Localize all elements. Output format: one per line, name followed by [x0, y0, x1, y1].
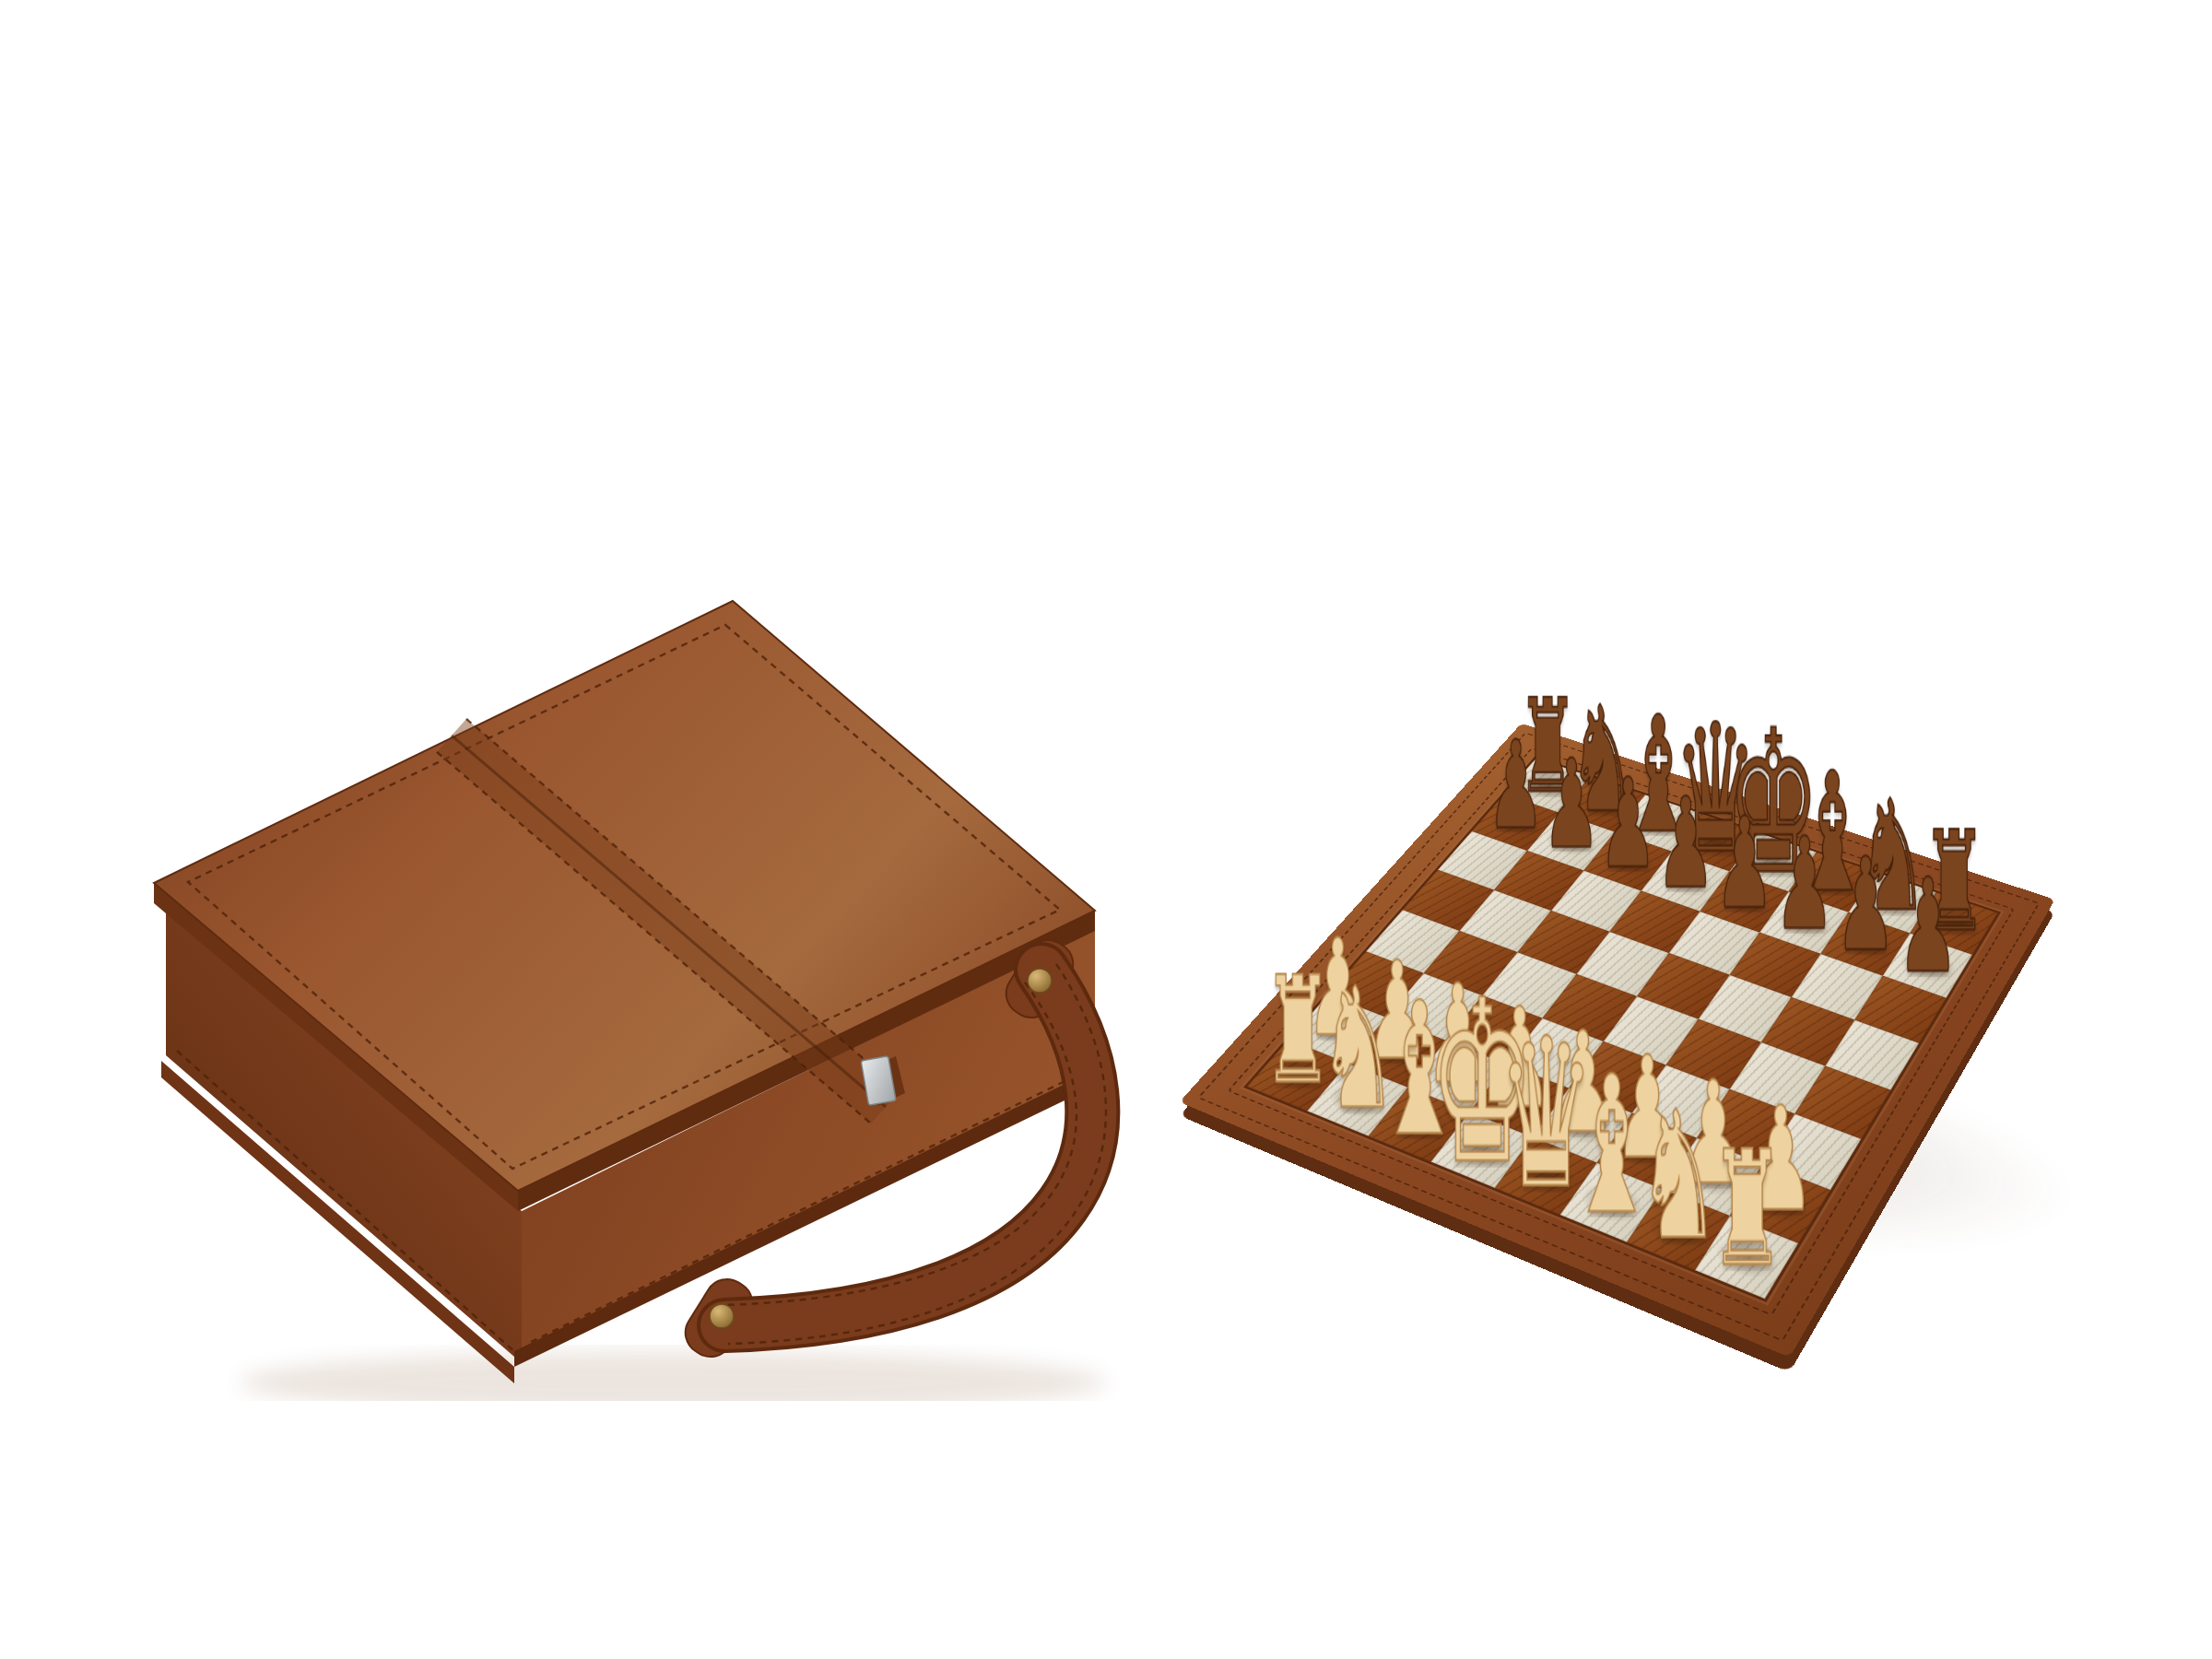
- handle-rivet-top: [1028, 969, 1052, 993]
- case-ground-shadow: [240, 1351, 1106, 1401]
- leather-chess-case: [120, 553, 1152, 1401]
- board-scene: ♜♞♝♛♚♝♞♜♟♟♟♟♟♟♟♟♟♟♟♟♟♟♟♟♜♞♝♚♛♝♞♜: [1198, 516, 2212, 1346]
- handle-rivet-bottom: [710, 1304, 734, 1328]
- product-photo: ♜♞♝♛♚♝♞♜♟♟♟♟♟♟♟♟♟♟♟♟♟♟♟♟♜♞♝♚♛♝♞♜: [0, 0, 2212, 1659]
